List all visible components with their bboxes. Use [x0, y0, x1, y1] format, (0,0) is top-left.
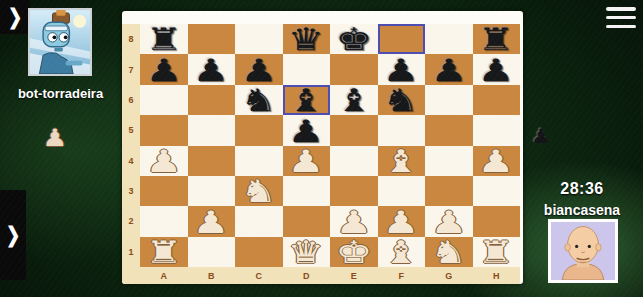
rank-label-4: 4	[122, 146, 140, 176]
square-g7[interactable]: ♟	[425, 54, 473, 84]
piece-black-bishop[interactable]: ♝	[335, 85, 372, 115]
square-d8[interactable]: ♛	[283, 24, 331, 54]
hamburger-menu-icon[interactable]	[606, 7, 636, 28]
square-c6[interactable]: ♞	[235, 85, 283, 115]
square-h6[interactable]	[473, 85, 521, 115]
square-c1[interactable]	[235, 237, 283, 267]
square-a1[interactable]: ♜	[140, 237, 188, 267]
square-h7[interactable]: ♟	[473, 54, 521, 84]
square-b7[interactable]: ♟	[188, 54, 236, 84]
piece-white-queen[interactable]: ♛	[288, 237, 325, 267]
piece-black-pawn[interactable]: ♟	[383, 55, 420, 85]
square-f3[interactable]	[378, 176, 426, 206]
square-h5[interactable]	[473, 115, 521, 145]
square-b1[interactable]	[188, 237, 236, 267]
square-d6[interactable]: ♝	[283, 85, 331, 115]
rank-label-1: 1	[122, 237, 140, 267]
menu-bar	[606, 16, 636, 20]
avatar-biancasena	[548, 219, 618, 283]
piece-white-bishop[interactable]: ♝	[383, 237, 420, 267]
piece-black-pawn[interactable]: ♟	[478, 55, 515, 85]
drawer-handle-bottom[interactable]: ❯	[0, 190, 26, 280]
piece-white-knight[interactable]: ♞	[240, 176, 277, 206]
piece-black-king[interactable]: ♚	[335, 24, 372, 54]
square-b6[interactable]	[188, 85, 236, 115]
square-a5[interactable]	[140, 115, 188, 145]
square-e2[interactable]: ♟	[330, 206, 378, 236]
chevron-right-icon: ❯	[6, 224, 20, 245]
piece-black-bishop[interactable]: ♝	[288, 85, 325, 115]
square-g2[interactable]: ♟	[425, 206, 473, 236]
square-c2[interactable]	[235, 206, 283, 236]
piece-black-knight[interactable]: ♞	[240, 85, 277, 115]
player-name-left: bot-torradeira	[0, 86, 121, 101]
square-h2[interactable]	[473, 206, 521, 236]
square-h3[interactable]	[473, 176, 521, 206]
square-g6[interactable]	[425, 85, 473, 115]
square-f5[interactable]	[378, 115, 426, 145]
square-e7[interactable]	[330, 54, 378, 84]
piece-white-rook[interactable]: ♜	[145, 237, 182, 267]
square-e1[interactable]: ♚	[330, 237, 378, 267]
square-b4[interactable]	[188, 146, 236, 176]
square-d2[interactable]	[283, 206, 331, 236]
file-label-B: B	[188, 267, 236, 284]
square-d1[interactable]: ♛	[283, 237, 331, 267]
piece-black-pawn[interactable]: ♟	[193, 55, 230, 85]
square-a3[interactable]	[140, 176, 188, 206]
square-e6[interactable]: ♝	[330, 85, 378, 115]
captured-black-pawn: ♟	[531, 124, 552, 148]
captured-white-pawn: ♟	[42, 124, 67, 152]
rank-label-5: 5	[122, 115, 140, 145]
chess-board: 87654321 ABCDEFGH ♜♛♚♜♟♟♟♟♟♟♞♝♝♞♟♟♟♝♟♞♟♟…	[122, 11, 523, 284]
square-e8[interactable]: ♚	[330, 24, 378, 54]
square-c5[interactable]	[235, 115, 283, 145]
square-g4[interactable]	[425, 146, 473, 176]
avatar-bot-torradeira	[28, 8, 92, 76]
square-e4[interactable]	[330, 146, 378, 176]
square-b3[interactable]	[188, 176, 236, 206]
piece-black-queen[interactable]: ♛	[288, 24, 325, 54]
piece-white-rook[interactable]: ♜	[478, 237, 515, 267]
square-d4[interactable]: ♟	[283, 146, 331, 176]
captured-pieces-left: ♟	[44, 124, 66, 152]
rank-label-8: 8	[122, 24, 140, 54]
square-f2[interactable]: ♟	[378, 206, 426, 236]
square-g8[interactable]	[425, 24, 473, 54]
square-f8[interactable]	[378, 24, 426, 54]
file-label-C: C	[235, 267, 283, 284]
piece-black-knight[interactable]: ♞	[383, 85, 420, 115]
drawer-handle-top[interactable]: ❯	[0, 0, 30, 34]
square-g1[interactable]: ♞	[425, 237, 473, 267]
player-name-right: biancasena	[521, 202, 643, 218]
piece-white-king[interactable]: ♚	[335, 237, 372, 267]
piece-black-pawn[interactable]: ♟	[145, 55, 182, 85]
square-g3[interactable]	[425, 176, 473, 206]
menu-bar	[606, 7, 636, 11]
menu-bar	[606, 25, 636, 29]
piece-black-pawn[interactable]: ♟	[240, 55, 277, 85]
piece-white-pawn[interactable]: ♟	[145, 146, 182, 176]
square-c4[interactable]	[235, 146, 283, 176]
square-d3[interactable]	[283, 176, 331, 206]
piece-white-bishop[interactable]: ♝	[383, 146, 420, 176]
square-h4[interactable]: ♟	[473, 146, 521, 176]
square-h1[interactable]: ♜	[473, 237, 521, 267]
piece-white-knight[interactable]: ♞	[430, 237, 467, 267]
square-b5[interactable]	[188, 115, 236, 145]
square-a8[interactable]: ♜	[140, 24, 188, 54]
square-a2[interactable]	[140, 206, 188, 236]
piece-black-pawn[interactable]: ♟	[430, 55, 467, 85]
piece-black-rook[interactable]: ♜	[145, 24, 182, 54]
square-a4[interactable]: ♟	[140, 146, 188, 176]
square-f1[interactable]: ♝	[378, 237, 426, 267]
piece-white-pawn[interactable]: ♟	[288, 146, 325, 176]
board-grid[interactable]: ♜♛♚♜♟♟♟♟♟♟♞♝♝♞♟♟♟♝♟♞♟♟♟♟♜♛♚♝♞♜	[140, 24, 520, 267]
captured-pieces-right: ♟	[532, 124, 550, 148]
square-e3[interactable]	[330, 176, 378, 206]
square-b2[interactable]: ♟	[188, 206, 236, 236]
piece-white-pawn[interactable]: ♟	[478, 146, 515, 176]
square-f6[interactable]: ♞	[378, 85, 426, 115]
rank-label-7: 7	[122, 54, 140, 84]
square-e5[interactable]	[330, 115, 378, 145]
piece-white-pawn[interactable]: ♟	[383, 207, 420, 237]
square-h8[interactable]: ♜	[473, 24, 521, 54]
square-c8[interactable]	[235, 24, 283, 54]
piece-black-rook[interactable]: ♜	[478, 24, 515, 54]
square-f7[interactable]: ♟	[378, 54, 426, 84]
square-g5[interactable]	[425, 115, 473, 145]
rank-label-3: 3	[122, 176, 140, 206]
piece-white-pawn[interactable]: ♟	[335, 207, 372, 237]
piece-white-pawn[interactable]: ♟	[430, 207, 467, 237]
person-avatar-image	[551, 222, 615, 280]
square-b8[interactable]	[188, 24, 236, 54]
piece-black-pawn[interactable]: ♟	[288, 116, 325, 146]
chevron-right-icon: ❯	[8, 6, 22, 27]
piece-white-pawn[interactable]: ♟	[193, 207, 230, 237]
square-c7[interactable]: ♟	[235, 54, 283, 84]
game-screen: ❯ bot-torradeira ♟	[0, 0, 643, 297]
rank-label-6: 6	[122, 85, 140, 115]
clock-right: 28:36	[521, 180, 643, 198]
rank-labels: 87654321	[122, 24, 140, 284]
square-c3[interactable]: ♞	[235, 176, 283, 206]
square-d5[interactable]: ♟	[283, 115, 331, 145]
robot-avatar-image	[30, 10, 90, 74]
square-f4[interactable]: ♝	[378, 146, 426, 176]
square-d7[interactable]	[283, 54, 331, 84]
square-a7[interactable]: ♟	[140, 54, 188, 84]
square-a6[interactable]	[140, 85, 188, 115]
rank-label-2: 2	[122, 206, 140, 236]
